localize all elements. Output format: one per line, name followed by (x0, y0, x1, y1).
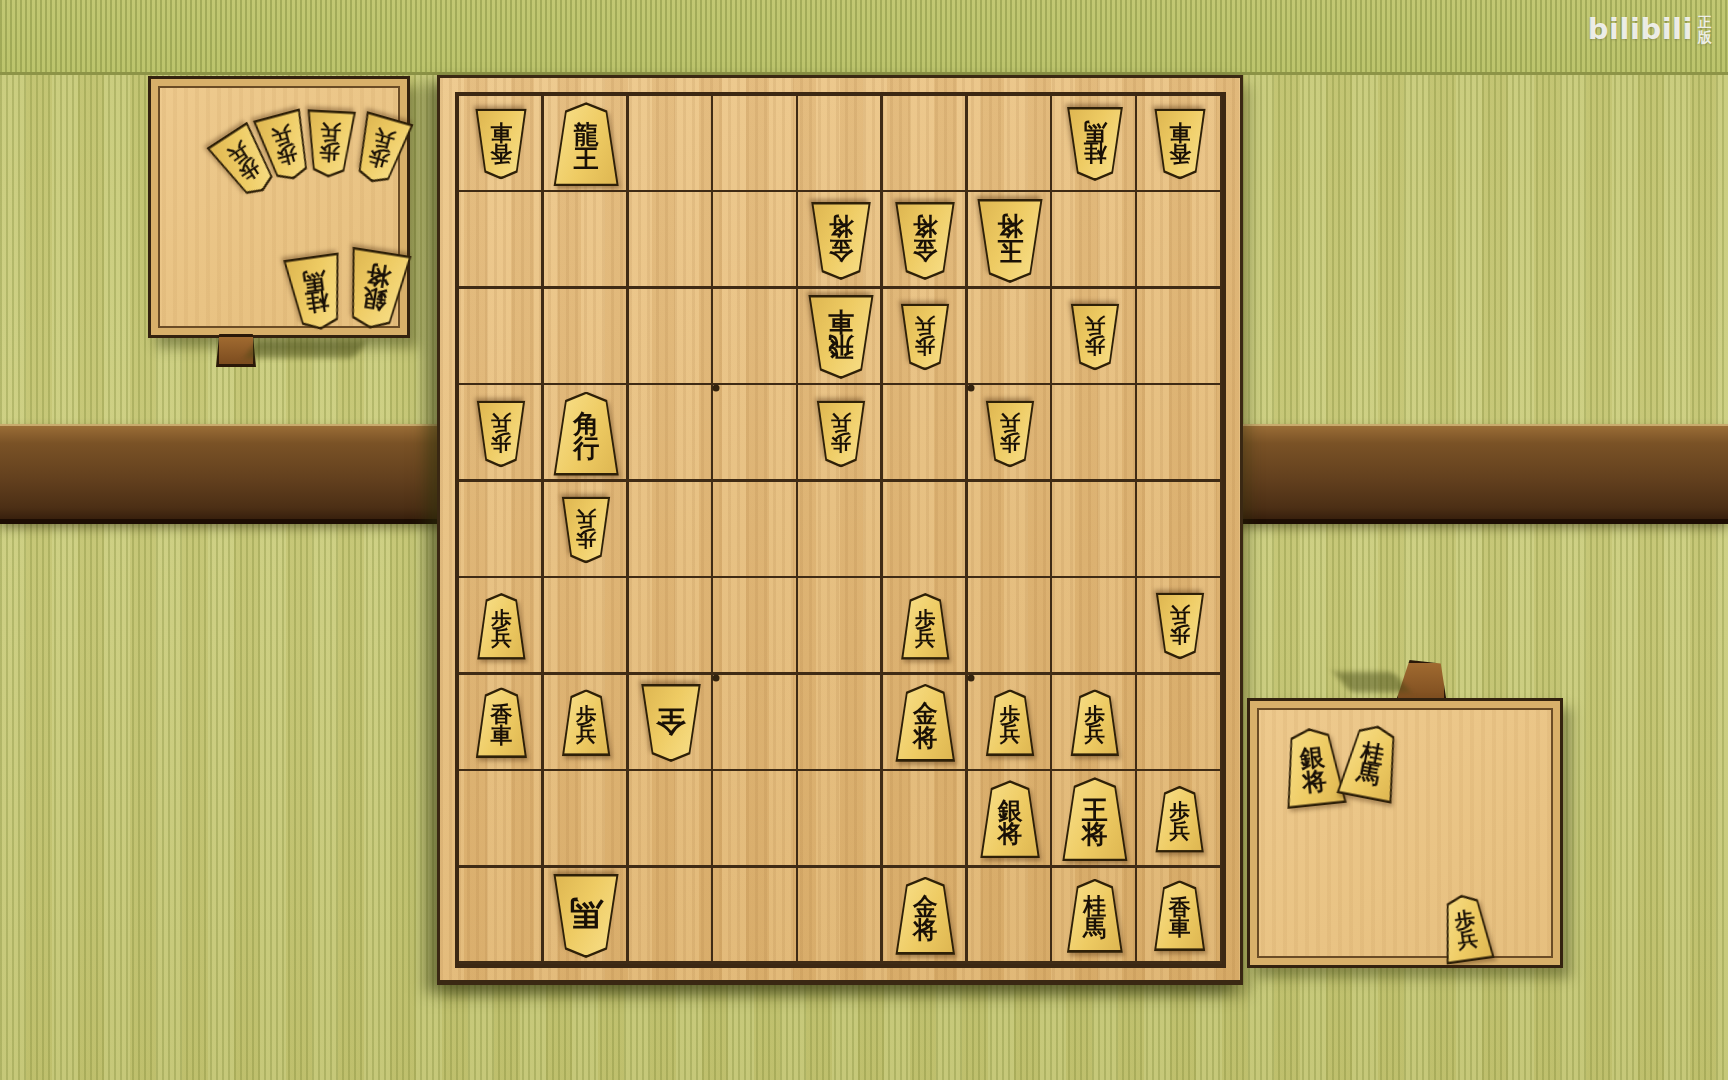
license-badge: 正 版 (1698, 15, 1712, 44)
piece-kanji: 角行 (554, 394, 619, 473)
piece-outline: 歩兵 (815, 400, 867, 467)
kanji-char: 歩 (576, 528, 597, 547)
gote-komadai-shadow (244, 342, 365, 358)
piece-pawn-gote[interactable]: 歩兵 (899, 304, 951, 371)
piece-outline: 歩兵 (1069, 689, 1121, 756)
kanji-char: 歩 (1169, 624, 1190, 643)
piece-outline: 角行 (551, 392, 621, 476)
piece-rook-gote[interactable]: 飛車 (806, 295, 876, 379)
piece-outline: 桂馬 (1065, 879, 1125, 953)
piece-face: 玉将 (978, 201, 1043, 280)
piece-face: 飛車 (808, 298, 873, 377)
piece-outline: 香車 (1152, 880, 1207, 951)
kanji-char: 将 (913, 918, 938, 941)
piece-outline: 金将 (893, 684, 957, 762)
piece-lance-sente[interactable]: 香車 (1152, 880, 1207, 951)
piece-kanji: 歩兵 (478, 595, 525, 657)
kanji-char: 兵 (576, 725, 597, 744)
piece-kanji: 金将 (811, 204, 870, 277)
kanji-char: 馬 (1355, 762, 1382, 788)
piece-pawn-gote[interactable]: 歩兵 (984, 400, 1036, 467)
piece-outline: 歩兵 (899, 304, 951, 371)
piece-kanji: 香車 (1155, 883, 1205, 949)
piece-face: 銀将 (341, 249, 411, 330)
kanji-char: 将 (364, 262, 392, 289)
piece-pawn-gote[interactable]: 歩兵 (1154, 593, 1206, 660)
piece-horse-gote[interactable]: 馬 (551, 874, 621, 958)
piece-outline: 銀将 (1277, 725, 1349, 809)
piece-dragon-sente[interactable]: 龍王 (551, 102, 621, 186)
piece-outline: 歩兵 (560, 689, 612, 756)
piece-outline: 香車 (1152, 109, 1207, 180)
piece-face: 歩兵 (1156, 595, 1203, 657)
piece-kanji: 歩兵 (563, 499, 610, 561)
piece-kanji: 歩兵 (902, 595, 949, 657)
kanji-char: 将 (998, 822, 1023, 845)
piece-kanji: 歩兵 (987, 403, 1034, 465)
piece-outline: 飛車 (806, 295, 876, 379)
piece-pawn-sente[interactable]: 歩兵 (560, 689, 612, 756)
kanji-char: 将 (828, 215, 853, 238)
kanji-char: 兵 (576, 508, 597, 527)
kanji-char: 将 (997, 213, 1023, 238)
piece-kanji: 銀将 (1280, 728, 1346, 807)
piece-gold-sente[interactable]: 金将 (893, 877, 957, 955)
piece-outline: 歩兵 (984, 689, 1036, 756)
piece-lance-gote[interactable]: 香車 (1152, 109, 1207, 180)
piece-kanji: 金将 (896, 879, 955, 952)
piece-pawn-gote[interactable]: 歩兵 (1069, 304, 1121, 371)
hoshi-star-point (713, 675, 720, 682)
piece-king-sente[interactable]: 王将 (1060, 777, 1130, 861)
piece-gold-gote[interactable]: 金将 (809, 202, 873, 280)
kanji-char: 兵 (1085, 316, 1106, 335)
kanji-char: 兵 (320, 122, 341, 143)
piece-outline: 歩兵 (1154, 593, 1206, 660)
piece-outline: 歩兵 (560, 496, 612, 563)
kanji-char: 車 (1169, 918, 1191, 939)
piece-outline: 歩兵 (984, 400, 1036, 467)
piece-kanji: 歩兵 (817, 403, 864, 465)
kanji-char: 馬 (1083, 918, 1106, 940)
kanji-char: 兵 (1169, 605, 1190, 624)
piece-silver-sente-captured[interactable]: 銀将 (1277, 725, 1349, 809)
piece-silver-sente[interactable]: 銀将 (978, 780, 1042, 858)
piece-face: 歩兵 (1438, 894, 1493, 962)
piece-face: 歩兵 (1156, 788, 1203, 850)
piece-kanji: 桂馬 (1067, 110, 1122, 179)
kanji-char: 兵 (491, 412, 512, 431)
piece-kanji: 銀将 (341, 249, 411, 330)
kanji-char: 歩 (1085, 335, 1106, 354)
piece-outline: 香車 (474, 109, 529, 180)
piece-kanji: 歩兵 (1071, 692, 1118, 754)
piece-gold-sente[interactable]: 金将 (893, 684, 957, 762)
piece-bishop-sente[interactable]: 角行 (551, 392, 621, 476)
kanji-char: 車 (828, 309, 854, 334)
kanji-char: 車 (490, 725, 512, 746)
piece-face: 全 (641, 686, 700, 759)
piece-face: 角行 (554, 394, 619, 473)
piece-silver-gote-captured[interactable]: 銀将 (338, 246, 413, 333)
piece-kanji: 歩兵 (1071, 306, 1118, 368)
piece-face: 香車 (476, 111, 526, 177)
piece-king-gote[interactable]: 玉将 (975, 199, 1045, 283)
kanji-char: 将 (913, 215, 938, 238)
kanji-char: 兵 (915, 629, 936, 648)
kanji-char: 馬 (301, 267, 327, 292)
piece-outline: 馬 (551, 874, 621, 958)
kanji-char: 歩 (915, 335, 936, 354)
piece-face: 歩兵 (305, 112, 355, 176)
piece-outline: 歩兵 (475, 400, 527, 467)
piece-kanji: 歩兵 (563, 692, 610, 754)
piece-gold-gote[interactable]: 金将 (893, 202, 957, 280)
kanji-char: 香 (1169, 142, 1191, 163)
kanji-char: 兵 (1169, 821, 1190, 840)
piece-kanji: 歩兵 (1438, 894, 1493, 962)
piece-face: 銀将 (981, 783, 1040, 856)
piece-face: 金将 (896, 879, 955, 952)
piece-face: 歩兵 (817, 403, 864, 465)
piece-kanji: 歩兵 (987, 692, 1034, 754)
kanji-char: 車 (490, 121, 512, 142)
piece-face: 金将 (811, 204, 870, 277)
piece-face: 馬 (554, 876, 619, 955)
piece-pawn-sente[interactable]: 歩兵 (1069, 689, 1121, 756)
piece-knight-sente[interactable]: 桂馬 (1065, 879, 1125, 953)
kanji-char: 馬 (570, 897, 603, 928)
piece-outline: 歩兵 (1436, 891, 1497, 965)
piece-face: 歩兵 (563, 692, 610, 754)
kanji-char: 将 (1301, 768, 1328, 794)
piece-outline: 香車 (474, 687, 529, 758)
piece-kanji: 桂馬 (1067, 881, 1122, 950)
piece-kanji: 王将 (1062, 780, 1127, 859)
piece-kanji: 歩兵 (305, 112, 355, 176)
piece-outline: 金将 (893, 877, 957, 955)
piece-pawn-sente[interactable]: 歩兵 (899, 593, 951, 660)
piece-lance-gote[interactable]: 香車 (474, 109, 529, 180)
piece-knight-gote[interactable]: 桂馬 (1065, 107, 1125, 181)
piece-outline: 銀将 (338, 246, 413, 333)
piece-kanji: 歩兵 (902, 306, 949, 368)
piece-pawn-sente[interactable]: 歩兵 (1154, 786, 1206, 853)
kanji-char: 兵 (491, 629, 512, 648)
hoshi-star-point (713, 385, 720, 392)
piece-face: 桂馬 (1067, 110, 1122, 179)
piece-outline: 歩兵 (899, 593, 951, 660)
piece-kanji: 香車 (476, 690, 526, 756)
piece-face: 龍王 (554, 105, 619, 184)
kanji-char: 金 (828, 238, 853, 261)
piece-face: 金将 (896, 204, 955, 277)
piece-outline: 龍王 (551, 102, 621, 186)
piece-face: 金将 (896, 686, 955, 759)
tatami-top-band (0, 0, 1728, 75)
piece-face: 歩兵 (563, 499, 610, 561)
piece-pawn-sente[interactable]: 歩兵 (984, 689, 1036, 756)
piece-face: 歩兵 (478, 595, 525, 657)
piece-outline: 金将 (809, 202, 873, 280)
piece-outline: 金将 (893, 202, 957, 280)
piece-face: 歩兵 (1071, 306, 1118, 368)
piece-outline: 玉将 (975, 199, 1045, 283)
bilibili-watermark: bilibili 正 版 (1588, 12, 1712, 46)
piece-pawn-gote[interactable]: 歩兵 (475, 400, 527, 467)
piece-face: 桂馬 (1067, 881, 1122, 950)
piece-promoted-silver-gote[interactable]: 全 (639, 684, 703, 762)
piece-outline: 王将 (1060, 777, 1130, 861)
hoshi-star-point (968, 385, 975, 392)
piece-face: 香車 (1155, 883, 1205, 949)
piece-kanji: 金将 (896, 686, 955, 759)
kanji-char: 王 (574, 147, 599, 171)
kanji-char: 兵 (830, 412, 851, 431)
piece-face: 王将 (1062, 780, 1127, 859)
kanji-char: 兵 (1085, 725, 1106, 744)
kanji-char: 兵 (915, 316, 936, 335)
piece-pawn-gote[interactable]: 歩兵 (560, 496, 612, 563)
kanji-char: 兵 (270, 124, 295, 148)
kanji-char: 金 (913, 238, 938, 261)
piece-kanji: 香車 (1155, 111, 1205, 177)
piece-kanji: 馬 (554, 876, 619, 955)
piece-outline: 桂馬 (1065, 107, 1125, 181)
piece-pawn-gote[interactable]: 歩兵 (815, 400, 867, 467)
piece-kanji: 歩兵 (1156, 595, 1203, 657)
piece-pawn-sente[interactable]: 歩兵 (475, 593, 527, 660)
piece-outline: 全 (639, 684, 703, 762)
kanji-char: 兵 (1456, 929, 1479, 951)
piece-outline: 歩兵 (1069, 304, 1121, 371)
piece-kanji: 金将 (896, 204, 955, 277)
piece-kanji: 銀将 (981, 783, 1040, 856)
kanji-char: 行 (573, 436, 599, 461)
piece-face: 歩兵 (987, 403, 1034, 465)
kanji-char: 飛 (828, 334, 854, 359)
piece-kanji: 歩兵 (1156, 788, 1203, 850)
piece-outline: 歩兵 (475, 593, 527, 660)
piece-face: 歩兵 (902, 595, 949, 657)
piece-outline: 歩兵 (1154, 786, 1206, 853)
kanji-char: 桂 (1083, 142, 1106, 164)
piece-kanji: 歩兵 (478, 403, 525, 465)
kanji-char: 将 (913, 726, 938, 749)
kanji-char: 兵 (1000, 412, 1021, 431)
piece-face: 歩兵 (478, 403, 525, 465)
piece-face: 銀将 (1280, 728, 1346, 807)
kanji-char: 将 (1082, 822, 1108, 847)
kanji-char: 車 (1169, 121, 1191, 142)
bilibili-logo-text: bilibili (1588, 12, 1693, 46)
piece-face: 香車 (1155, 111, 1205, 177)
piece-face: 歩兵 (902, 306, 949, 368)
piece-kanji: 飛車 (808, 298, 873, 377)
piece-kanji: 桂馬 (1337, 723, 1404, 801)
piece-pawn-sente-captured[interactable]: 歩兵 (1436, 891, 1497, 965)
kanji-char: 全 (656, 706, 686, 735)
piece-kanji: 全 (641, 686, 700, 759)
kanji-char: 兵 (372, 126, 397, 150)
piece-face: 桂馬 (1337, 723, 1404, 801)
piece-outline: 銀将 (978, 780, 1042, 858)
piece-face: 歩兵 (987, 692, 1034, 754)
hoshi-star-point (968, 675, 975, 682)
piece-lance-sente[interactable]: 香車 (474, 687, 529, 758)
kanji-char: 香 (490, 142, 512, 163)
piece-face: 歩兵 (1071, 692, 1118, 754)
kanji-char: 玉 (997, 238, 1023, 263)
piece-kanji: 香車 (476, 111, 526, 177)
piece-kanji: 玉将 (978, 201, 1043, 280)
kanji-char: 馬 (1083, 120, 1106, 142)
piece-face: 香車 (476, 690, 526, 756)
kanji-char: 兵 (1000, 725, 1021, 744)
piece-kanji: 龍王 (554, 105, 619, 184)
